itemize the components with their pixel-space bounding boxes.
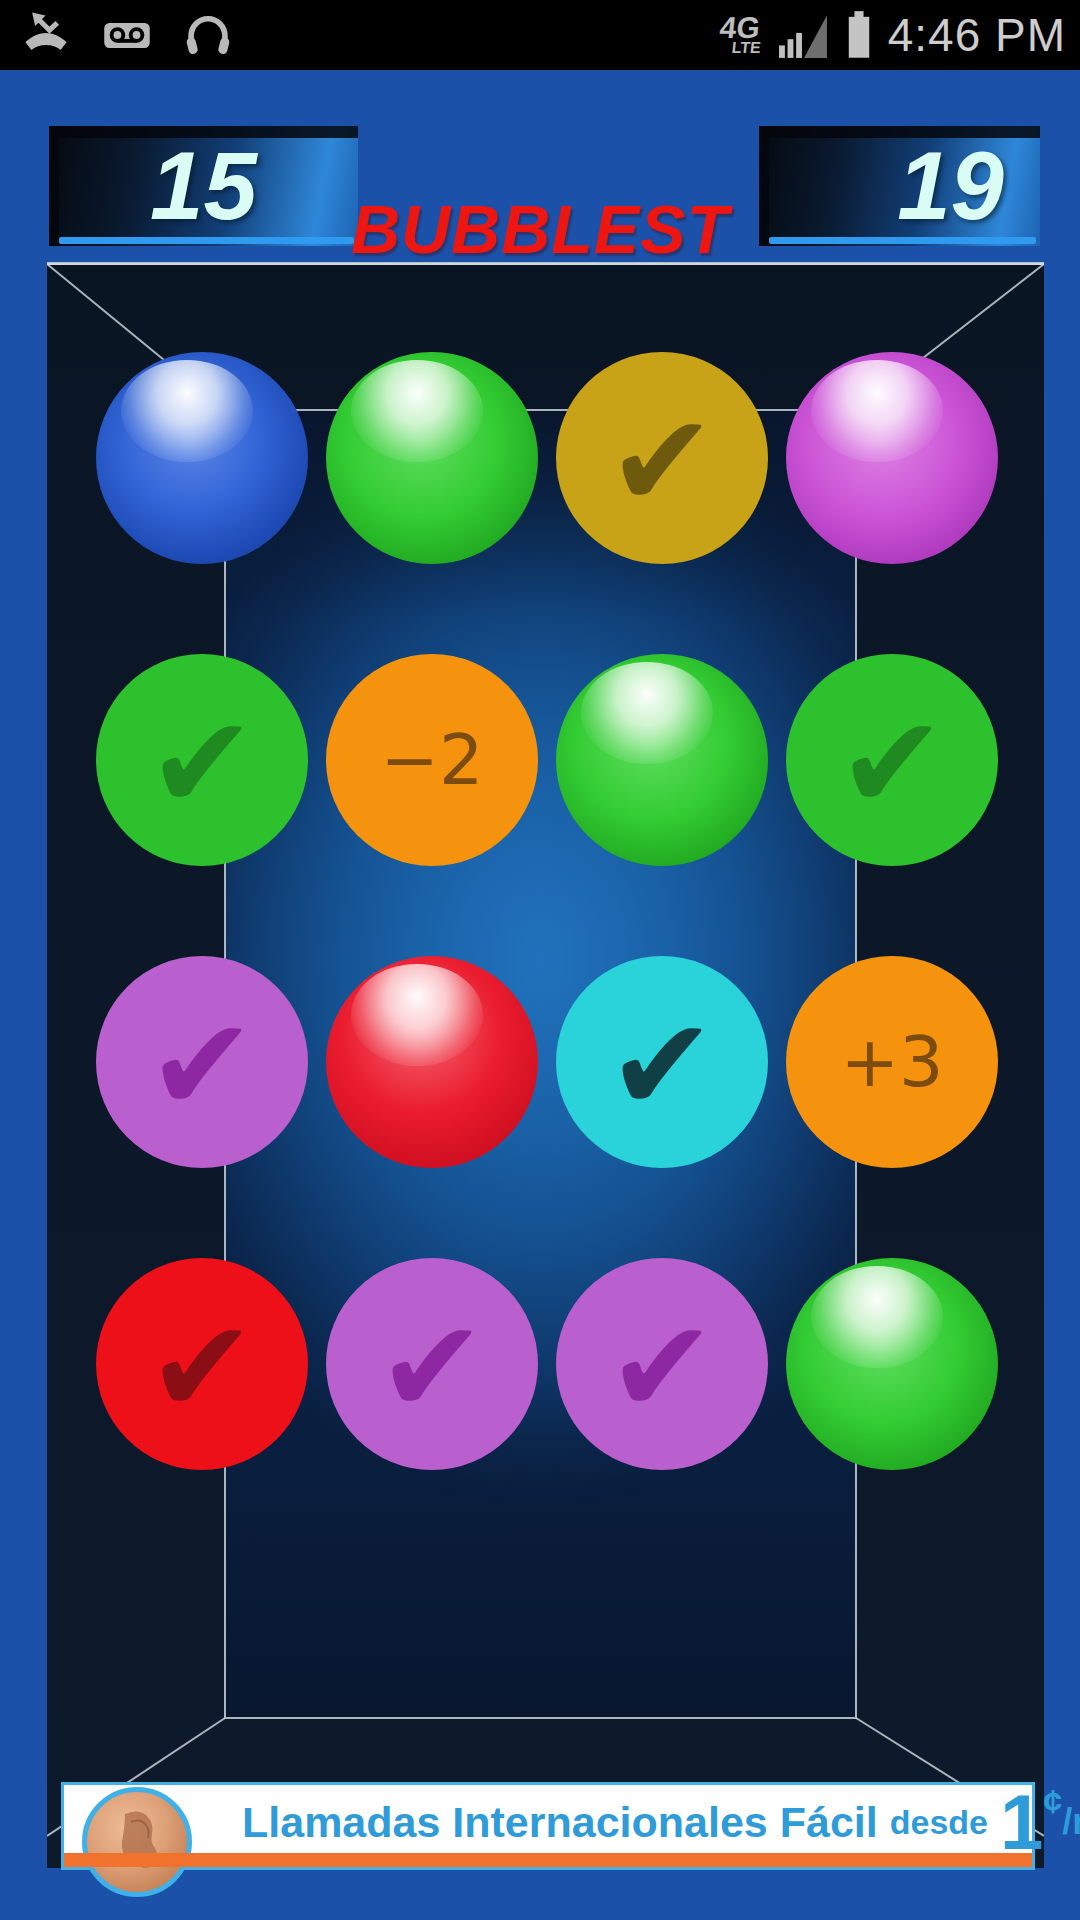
check-icon: ✔ <box>148 1000 257 1130</box>
headphones-icon <box>182 9 234 61</box>
network-type-indicator: 4G LTE <box>717 16 764 55</box>
ad-text: Llamadas Internacionales Fácil desde 1¢/… <box>242 1785 1024 1859</box>
bubble-r2c1-green-checked[interactable]: ✔ <box>96 654 308 866</box>
bubble-r1c1-blue[interactable] <box>96 352 308 564</box>
bubblest-game-screen: 4G LTE 4:46 PM 15 BUBBLEST 19 <box>0 0 1080 1920</box>
bubble-r2c3-green[interactable] <box>556 654 768 866</box>
ad-headline: Llamadas Internacionales Fácil <box>242 1798 878 1847</box>
bubble-r3c4-orange-bonus[interactable]: +3 <box>786 956 998 1168</box>
bubble-r2c2-orange-bonus[interactable]: −2 <box>326 654 538 866</box>
bonus-value-label: +3 <box>840 1027 943 1097</box>
clock: 4:46 PM <box>888 8 1066 62</box>
ad-banner[interactable]: Llamadas Internacionales Fácil desde 1¢/… <box>61 1782 1035 1870</box>
cent-sign: ¢ <box>1043 1782 1062 1821</box>
bonus-value-label: −2 <box>380 725 483 795</box>
check-icon: ✔ <box>608 1302 717 1432</box>
penny-coin-icon <box>82 1787 192 1897</box>
bubble-r4c4-green[interactable] <box>786 1258 998 1470</box>
check-icon: ✔ <box>148 698 257 828</box>
status-icons-right: 4G LTE 4:46 PM <box>719 8 1080 62</box>
check-icon: ✔ <box>608 1000 717 1130</box>
bubble-r1c4-magenta[interactable] <box>786 352 998 564</box>
check-icon: ✔ <box>608 396 717 526</box>
bubble-highlight <box>581 662 712 764</box>
game-header: 15 BUBBLEST 19 <box>0 70 1080 262</box>
bubble-highlight <box>351 964 482 1066</box>
check-icon: ✔ <box>148 1302 257 1432</box>
voicemail-icon <box>98 9 156 61</box>
missed-call-icon <box>20 9 72 61</box>
check-icon: ✔ <box>838 698 947 828</box>
ad-price-unit: /min <box>1062 1801 1080 1843</box>
right-score-value: 19 <box>897 138 1004 234</box>
bubble-highlight <box>121 360 252 462</box>
bubble-r4c1-red-checked[interactable]: ✔ <box>96 1258 308 1470</box>
ad-price: 1¢/min <box>1000 1791 1080 1853</box>
game-board: ✔✔−2✔✔✔+3✔✔✔ <box>47 262 1044 1868</box>
status-icons-left <box>0 9 234 61</box>
bubble-r2c4-green-checked[interactable]: ✔ <box>786 654 998 866</box>
ad-desde-label: desde <box>890 1803 988 1842</box>
battery-icon <box>844 10 874 60</box>
check-icon: ✔ <box>378 1302 487 1432</box>
bubble-r1c3-gold-checked[interactable]: ✔ <box>556 352 768 564</box>
signal-icon <box>776 10 830 60</box>
bubble-r3c1-purple-checked[interactable]: ✔ <box>96 956 308 1168</box>
bubble-highlight <box>351 360 482 462</box>
bubble-r3c3-cyan-checked[interactable]: ✔ <box>556 956 768 1168</box>
ad-price-number: 1 <box>1000 1791 1043 1853</box>
bubble-r3c2-red[interactable] <box>326 956 538 1168</box>
android-status-bar: 4G LTE 4:46 PM <box>0 0 1080 70</box>
network-lte-label: LTE <box>731 42 761 55</box>
bubble-highlight <box>811 1266 942 1368</box>
bubble-r4c2-purple-checked[interactable]: ✔ <box>326 1258 538 1470</box>
bubble-highlight <box>811 360 942 462</box>
bubble-r4c3-purple-checked[interactable]: ✔ <box>556 1258 768 1470</box>
right-player-score-box: 19 <box>759 126 1040 246</box>
bubble-r1c2-green[interactable] <box>326 352 538 564</box>
